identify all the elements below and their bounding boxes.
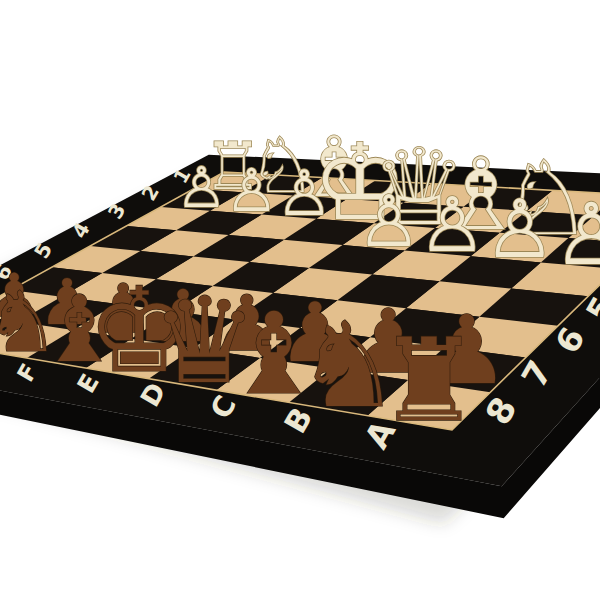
piece-white-pawn-c3[interactable]: ♙ [418,181,486,269]
chess-board-photo: ABCDEFGH1234567812345678 ♖♘♗♙♙♙♔♕♗♘♙♙♙♙♟… [0,0,600,600]
piece-white-pawn-d3[interactable]: ♙ [357,180,421,263]
board-scene: ABCDEFGH1234567812345678 ♖♘♗♙♙♙♔♕♗♘♙♙♙♙♟… [0,0,600,600]
piece-white-pawn-a3[interactable]: ♙ [553,185,600,284]
piece-black-rook-a8[interactable]: ♜ [378,314,480,447]
piece-white-pawn-g2[interactable]: ♙ [225,156,278,225]
piece-white-pawn-h2[interactable]: ♙ [176,155,226,220]
piece-white-pawn-b3[interactable]: ♙ [484,183,556,276]
